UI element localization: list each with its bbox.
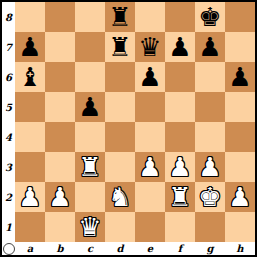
piece-white-pawn: ♟ xyxy=(18,182,41,212)
square-h6[interactable]: ♟ xyxy=(225,62,255,92)
square-a7[interactable]: ♟ xyxy=(15,32,45,62)
square-f4[interactable] xyxy=(165,122,195,152)
square-e8[interactable] xyxy=(135,2,165,32)
square-h4[interactable] xyxy=(225,122,255,152)
piece-black-king: ♚ xyxy=(198,2,221,32)
chess-board-frame: 87654321 ♜♚♟♜♛♟♟♝♟♟♟♜♟♟♟♟♟♞♜♚♟♛ abcdefgh xyxy=(0,0,257,257)
square-c6[interactable] xyxy=(75,62,105,92)
square-g1[interactable] xyxy=(195,212,225,242)
square-d3[interactable] xyxy=(105,152,135,182)
square-d6[interactable] xyxy=(105,62,135,92)
square-f7[interactable]: ♟ xyxy=(165,32,195,62)
piece-black-pawn: ♟ xyxy=(78,92,101,122)
square-e1[interactable] xyxy=(135,212,165,242)
piece-white-king: ♚ xyxy=(198,182,221,212)
rank-label-2: 2 xyxy=(2,182,15,212)
chess-board: ♜♚♟♜♛♟♟♝♟♟♟♜♟♟♟♟♟♞♜♚♟♛ xyxy=(15,2,255,242)
piece-white-pawn: ♟ xyxy=(168,152,191,182)
square-d1[interactable] xyxy=(105,212,135,242)
square-a3[interactable] xyxy=(15,152,45,182)
square-g3[interactable]: ♟ xyxy=(195,152,225,182)
square-f8[interactable] xyxy=(165,2,195,32)
file-labels: abcdefgh xyxy=(15,242,255,255)
rank-label-8: 8 xyxy=(2,2,15,32)
piece-white-rook: ♜ xyxy=(78,152,101,182)
square-f5[interactable] xyxy=(165,92,195,122)
piece-black-pawn: ♟ xyxy=(18,32,41,62)
square-c7[interactable] xyxy=(75,32,105,62)
piece-white-pawn: ♟ xyxy=(228,182,251,212)
square-c1[interactable]: ♛ xyxy=(75,212,105,242)
square-c8[interactable] xyxy=(75,2,105,32)
square-b8[interactable] xyxy=(45,2,75,32)
square-f3[interactable]: ♟ xyxy=(165,152,195,182)
square-b2[interactable]: ♟ xyxy=(45,182,75,212)
piece-black-rook: ♜ xyxy=(108,32,131,62)
piece-black-pawn: ♟ xyxy=(168,32,191,62)
piece-black-queen: ♛ xyxy=(138,32,161,62)
file-label-h: h xyxy=(225,242,255,255)
piece-black-rook: ♜ xyxy=(108,2,131,32)
rank-label-1: 1 xyxy=(2,212,15,242)
square-b3[interactable] xyxy=(45,152,75,182)
square-e7[interactable]: ♛ xyxy=(135,32,165,62)
square-e4[interactable] xyxy=(135,122,165,152)
file-label-a: a xyxy=(15,242,45,255)
rank-label-7: 7 xyxy=(2,32,15,62)
square-g7[interactable]: ♟ xyxy=(195,32,225,62)
square-e2[interactable] xyxy=(135,182,165,212)
square-g5[interactable] xyxy=(195,92,225,122)
square-g6[interactable] xyxy=(195,62,225,92)
piece-black-pawn: ♟ xyxy=(138,62,161,92)
square-f2[interactable]: ♜ xyxy=(165,182,195,212)
piece-white-rook: ♜ xyxy=(168,182,191,212)
square-d7[interactable]: ♜ xyxy=(105,32,135,62)
square-h5[interactable] xyxy=(225,92,255,122)
square-b5[interactable] xyxy=(45,92,75,122)
square-c5[interactable]: ♟ xyxy=(75,92,105,122)
file-label-g: g xyxy=(195,242,225,255)
file-label-d: d xyxy=(105,242,135,255)
square-c2[interactable] xyxy=(75,182,105,212)
rank-labels: 87654321 xyxy=(2,2,15,242)
piece-black-bishop: ♝ xyxy=(18,62,41,92)
square-h7[interactable] xyxy=(225,32,255,62)
square-h1[interactable] xyxy=(225,212,255,242)
square-e6[interactable]: ♟ xyxy=(135,62,165,92)
square-a4[interactable] xyxy=(15,122,45,152)
square-a8[interactable] xyxy=(15,2,45,32)
square-h2[interactable]: ♟ xyxy=(225,182,255,212)
square-d4[interactable] xyxy=(105,122,135,152)
square-b1[interactable] xyxy=(45,212,75,242)
square-f6[interactable] xyxy=(165,62,195,92)
square-g2[interactable]: ♚ xyxy=(195,182,225,212)
square-a5[interactable] xyxy=(15,92,45,122)
square-h8[interactable] xyxy=(225,2,255,32)
square-d8[interactable]: ♜ xyxy=(105,2,135,32)
piece-white-knight: ♞ xyxy=(108,182,131,212)
file-label-c: c xyxy=(75,242,105,255)
piece-black-pawn: ♟ xyxy=(228,62,251,92)
white-to-move-indicator-icon xyxy=(3,243,15,255)
file-label-b: b xyxy=(45,242,75,255)
square-c4[interactable] xyxy=(75,122,105,152)
piece-white-pawn: ♟ xyxy=(48,182,71,212)
square-a2[interactable]: ♟ xyxy=(15,182,45,212)
square-a6[interactable]: ♝ xyxy=(15,62,45,92)
file-label-f: f xyxy=(165,242,195,255)
square-h3[interactable] xyxy=(225,152,255,182)
piece-black-pawn: ♟ xyxy=(198,32,221,62)
rank-label-5: 5 xyxy=(2,92,15,122)
square-g8[interactable]: ♚ xyxy=(195,2,225,32)
square-b7[interactable] xyxy=(45,32,75,62)
square-e3[interactable]: ♟ xyxy=(135,152,165,182)
square-a1[interactable] xyxy=(15,212,45,242)
file-label-e: e xyxy=(135,242,165,255)
piece-white-queen: ♛ xyxy=(78,212,101,242)
square-c3[interactable]: ♜ xyxy=(75,152,105,182)
square-d2[interactable]: ♞ xyxy=(105,182,135,212)
rank-label-6: 6 xyxy=(2,62,15,92)
board-corner xyxy=(2,242,15,255)
square-b4[interactable] xyxy=(45,122,75,152)
square-d5[interactable] xyxy=(105,92,135,122)
rank-label-4: 4 xyxy=(2,122,15,152)
square-e5[interactable] xyxy=(135,92,165,122)
rank-label-3: 3 xyxy=(2,152,15,182)
square-g4[interactable] xyxy=(195,122,225,152)
square-b6[interactable] xyxy=(45,62,75,92)
piece-white-pawn: ♟ xyxy=(138,152,161,182)
piece-white-pawn: ♟ xyxy=(198,152,221,182)
square-f1[interactable] xyxy=(165,212,195,242)
